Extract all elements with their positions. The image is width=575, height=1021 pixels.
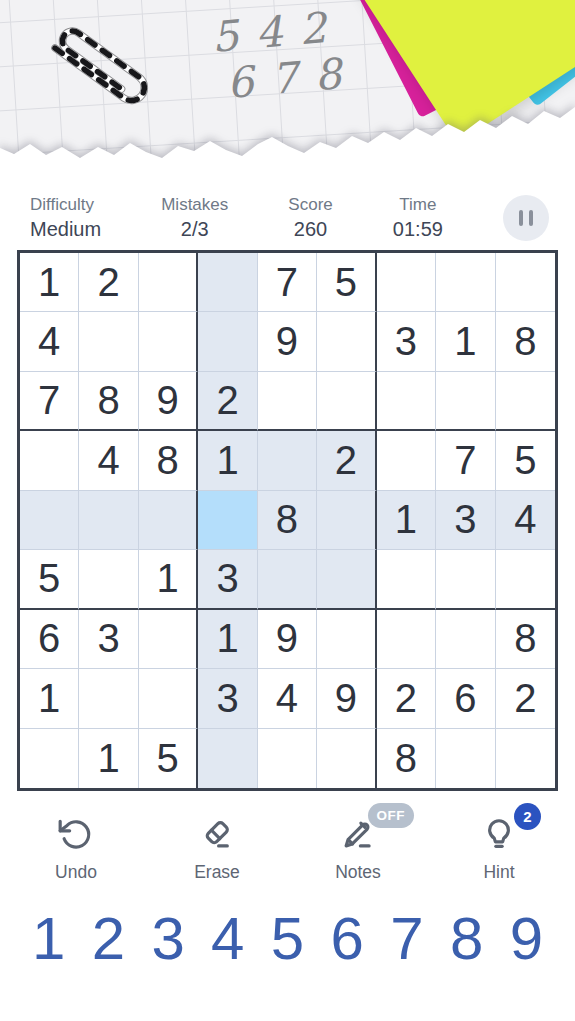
hint-label: Hint [483, 862, 514, 883]
cell-r7c6[interactable] [317, 610, 376, 669]
cell-r7c3[interactable] [139, 610, 198, 669]
cell-r6c2[interactable] [79, 550, 138, 609]
cell-r4c7[interactable] [377, 431, 436, 490]
hint-count-badge: 2 [514, 803, 541, 830]
stat-time-value: 01:59 [393, 218, 443, 241]
stat-score: Score 260 [288, 195, 332, 241]
handwritten-digit: 2 [289, 2, 337, 55]
cell-r8c9[interactable]: 2 [496, 669, 555, 728]
cell-r3c8[interactable] [436, 372, 495, 431]
stat-mistakes: Mistakes 2/3 [161, 195, 228, 241]
cell-r5c9[interactable]: 4 [496, 491, 555, 550]
cell-r2c7[interactable]: 3 [377, 312, 436, 371]
cell-r6c7[interactable] [377, 550, 436, 609]
cell-r7c4[interactable]: 1 [198, 610, 257, 669]
cell-r4c8[interactable]: 7 [436, 431, 495, 490]
cell-r9c5[interactable] [258, 729, 317, 788]
numpad-key-8[interactable]: 8 [450, 909, 483, 969]
cell-r4c1[interactable] [20, 431, 79, 490]
stat-score-label: Score [288, 195, 332, 215]
cell-r6c3[interactable]: 1 [139, 550, 198, 609]
numpad-key-1[interactable]: 1 [32, 909, 65, 969]
stat-difficulty: Difficulty Medium [30, 195, 101, 241]
cell-r1c5[interactable]: 7 [258, 253, 317, 312]
torn-paper-edge [0, 85, 575, 186]
pause-button[interactable] [503, 195, 549, 241]
cell-r7c9[interactable]: 8 [496, 610, 555, 669]
erase-button[interactable]: Erase [181, 815, 253, 883]
cell-r2c9[interactable]: 8 [496, 312, 555, 371]
cell-r1c9[interactable] [496, 253, 555, 312]
toolbar: Undo Erase OFF Notes [0, 815, 575, 883]
cell-r8c5[interactable]: 4 [258, 669, 317, 728]
cell-r7c2[interactable]: 3 [79, 610, 138, 669]
notes-label: Notes [335, 862, 381, 883]
eraser-icon [198, 815, 236, 853]
cell-r1c2[interactable]: 2 [79, 253, 138, 312]
cell-r9c3[interactable]: 5 [139, 729, 198, 788]
cell-r4c9[interactable]: 5 [496, 431, 555, 490]
cell-r1c3[interactable] [139, 253, 198, 312]
stat-mistakes-value: 2/3 [181, 218, 209, 241]
cell-r4c4[interactable]: 1 [198, 431, 257, 490]
numpad-key-2[interactable]: 2 [92, 909, 125, 969]
hint-button[interactable]: 2 Hint [463, 815, 535, 883]
lightbulb-icon [480, 815, 518, 853]
cell-r1c7[interactable] [377, 253, 436, 312]
cell-r9c4[interactable] [198, 729, 257, 788]
board-area: 1275493187892481275813451363198134926215… [0, 250, 575, 791]
cell-r1c6[interactable]: 5 [317, 253, 376, 312]
numpad-key-3[interactable]: 3 [151, 909, 184, 969]
cell-r4c3[interactable]: 8 [139, 431, 198, 490]
cell-r2c6[interactable] [317, 312, 376, 371]
cell-r8c7[interactable]: 2 [377, 669, 436, 728]
notes-button[interactable]: OFF Notes [322, 815, 394, 883]
cell-r1c4[interactable] [198, 253, 257, 312]
numpad-key-7[interactable]: 7 [390, 909, 423, 969]
cell-r3c7[interactable] [377, 372, 436, 431]
stat-difficulty-value: Medium [30, 218, 101, 241]
cell-r9c6[interactable] [317, 729, 376, 788]
cell-r8c1[interactable]: 1 [20, 669, 79, 728]
cell-r5c2[interactable] [79, 491, 138, 550]
cell-r8c4[interactable]: 3 [198, 669, 257, 728]
cell-r5c8[interactable]: 3 [436, 491, 495, 550]
stat-time-label: Time [399, 195, 436, 215]
cell-r4c6[interactable]: 2 [317, 431, 376, 490]
cell-r6c5[interactable] [258, 550, 317, 609]
stats-bar: Difficulty Medium Mistakes 2/3 Score 260… [0, 186, 575, 250]
cell-r9c1[interactable] [20, 729, 79, 788]
number-pad: 123456789 [0, 909, 575, 969]
undo-button[interactable]: Undo [40, 815, 112, 883]
cell-r2c1[interactable]: 4 [20, 312, 79, 371]
undo-icon [57, 815, 95, 853]
cell-r2c5[interactable]: 9 [258, 312, 317, 371]
cell-r9c7[interactable]: 8 [377, 729, 436, 788]
cell-r8c8[interactable]: 6 [436, 669, 495, 728]
cell-r3c5[interactable] [258, 372, 317, 431]
cell-r3c2[interactable]: 8 [79, 372, 138, 431]
cell-r5c3[interactable] [139, 491, 198, 550]
cell-r6c9[interactable] [496, 550, 555, 609]
handwritten-digit: 5 [201, 10, 249, 63]
cell-r7c8[interactable] [436, 610, 495, 669]
undo-label: Undo [55, 862, 97, 883]
cell-r3c9[interactable] [496, 372, 555, 431]
cell-r5c7[interactable]: 1 [377, 491, 436, 550]
cell-r7c1[interactable]: 6 [20, 610, 79, 669]
cell-r2c3[interactable] [139, 312, 198, 371]
numpad-key-6[interactable]: 6 [331, 909, 364, 969]
stat-mistakes-label: Mistakes [161, 195, 228, 215]
cell-r3c4[interactable]: 2 [198, 372, 257, 431]
cell-r5c6[interactable] [317, 491, 376, 550]
stat-score-value: 260 [294, 218, 327, 241]
notes-off-badge: OFF [368, 803, 415, 828]
cell-r7c5[interactable]: 9 [258, 610, 317, 669]
cell-r9c9[interactable] [496, 729, 555, 788]
cell-r2c4[interactable] [198, 312, 257, 371]
numpad-key-5[interactable]: 5 [271, 909, 304, 969]
cell-r6c1[interactable]: 5 [20, 550, 79, 609]
numpad-key-9[interactable]: 9 [510, 909, 543, 969]
cell-r6c4[interactable]: 3 [198, 550, 257, 609]
cell-r1c1[interactable]: 1 [20, 253, 79, 312]
cell-r1c8[interactable] [436, 253, 495, 312]
cell-r9c2[interactable]: 1 [79, 729, 138, 788]
cell-r2c8[interactable]: 1 [436, 312, 495, 371]
cell-r5c5[interactable]: 8 [258, 491, 317, 550]
cell-r8c2[interactable] [79, 669, 138, 728]
cell-r4c5[interactable] [258, 431, 317, 490]
cell-r9c8[interactable] [436, 729, 495, 788]
cell-r5c4[interactable] [198, 491, 257, 550]
cell-r6c6[interactable] [317, 550, 376, 609]
stat-time: Time 01:59 [393, 195, 443, 241]
cell-r5c1[interactable] [20, 491, 79, 550]
cell-r3c3[interactable]: 9 [139, 372, 198, 431]
sudoku-app: 542 678 Difficulty Medium Mistakes 2/ [0, 0, 575, 969]
cell-r8c6[interactable]: 9 [317, 669, 376, 728]
pause-icon [519, 210, 533, 226]
cell-r6c8[interactable] [436, 550, 495, 609]
cell-r4c2[interactable]: 4 [79, 431, 138, 490]
numpad-key-4[interactable]: 4 [211, 909, 244, 969]
cell-r2c2[interactable] [79, 312, 138, 371]
decorative-header: 542 678 [0, 0, 575, 186]
cell-r3c1[interactable]: 7 [20, 372, 79, 431]
sudoku-board: 1275493187892481275813451363198134926215… [17, 250, 558, 791]
stat-difficulty-label: Difficulty [30, 195, 94, 215]
cell-r3c6[interactable] [317, 372, 376, 431]
cell-r8c3[interactable] [139, 669, 198, 728]
erase-label: Erase [194, 862, 240, 883]
handwritten-digit: 4 [245, 6, 293, 59]
cell-r7c7[interactable] [377, 610, 436, 669]
